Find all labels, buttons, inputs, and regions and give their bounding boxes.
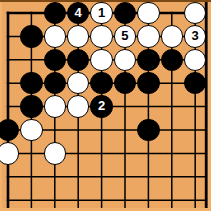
move-number-label: 1: [98, 1, 105, 23]
go-board-diagram: 41532: [0, 0, 211, 211]
intersection[interactable]: [137, 1, 160, 24]
intersection[interactable]: [43, 71, 66, 94]
move-number-label: 3: [192, 25, 199, 47]
intersection[interactable]: [20, 71, 43, 94]
intersection[interactable]: [160, 25, 183, 48]
white-stone: [137, 25, 159, 47]
intersection[interactable]: [0, 71, 20, 94]
intersection[interactable]: [66, 118, 89, 141]
white-stone: [161, 25, 183, 47]
intersection[interactable]: [183, 1, 206, 24]
black-stone: [20, 95, 42, 117]
white-stone: [44, 25, 66, 47]
intersection[interactable]: [0, 48, 20, 71]
intersection[interactable]: [137, 48, 160, 71]
intersection[interactable]: [160, 48, 183, 71]
intersection[interactable]: [0, 142, 20, 165]
intersection[interactable]: [20, 1, 43, 24]
intersection[interactable]: [0, 118, 20, 141]
white-stone: [90, 49, 112, 71]
intersection[interactable]: [0, 1, 20, 24]
intersection[interactable]: [43, 25, 66, 48]
intersection[interactable]: [137, 165, 160, 188]
intersection[interactable]: [43, 48, 66, 71]
white-stone: [137, 2, 159, 24]
intersection[interactable]: [20, 118, 43, 141]
stone-grid: 41532: [0, 1, 207, 211]
black-stone: [137, 49, 159, 71]
intersection[interactable]: [137, 142, 160, 165]
black-stone: 2: [90, 95, 112, 117]
black-stone: [44, 72, 66, 94]
intersection[interactable]: [183, 142, 206, 165]
white-stone: [67, 25, 89, 47]
black-stone: [114, 72, 136, 94]
intersection[interactable]: 5: [113, 25, 136, 48]
intersection[interactable]: [43, 188, 66, 211]
move-number-label: 4: [75, 1, 82, 23]
white-stone: [90, 25, 112, 47]
intersection[interactable]: [66, 25, 89, 48]
intersection[interactable]: [20, 188, 43, 211]
intersection[interactable]: [183, 95, 206, 118]
intersection[interactable]: [90, 71, 113, 94]
white-stone: 1: [90, 2, 112, 24]
black-stone: [137, 119, 159, 141]
white-stone: 5: [114, 25, 136, 47]
black-stone: [20, 72, 42, 94]
white-stone: [67, 95, 89, 117]
intersection[interactable]: [90, 165, 113, 188]
white-stone: [44, 142, 66, 164]
intersection[interactable]: [90, 25, 113, 48]
white-stone: [44, 95, 66, 117]
black-stone: [114, 2, 136, 24]
intersection[interactable]: 4: [66, 1, 89, 24]
intersection[interactable]: [43, 118, 66, 141]
intersection[interactable]: [20, 142, 43, 165]
intersection[interactable]: [113, 142, 136, 165]
intersection[interactable]: [66, 95, 89, 118]
intersection[interactable]: [183, 71, 206, 94]
black-stone: [44, 49, 66, 71]
intersection[interactable]: [43, 1, 66, 24]
intersection[interactable]: [160, 95, 183, 118]
intersection[interactable]: [43, 165, 66, 188]
intersection[interactable]: [43, 142, 66, 165]
intersection[interactable]: [113, 95, 136, 118]
white-stone: [0, 142, 19, 164]
intersection[interactable]: [90, 188, 113, 211]
intersection[interactable]: [137, 188, 160, 211]
intersection[interactable]: [66, 188, 89, 211]
intersection[interactable]: [43, 95, 66, 118]
intersection[interactable]: [0, 165, 20, 188]
intersection[interactable]: [90, 142, 113, 165]
black-stone: 4: [67, 2, 89, 24]
intersection[interactable]: [20, 165, 43, 188]
black-stone: [67, 49, 89, 71]
intersection[interactable]: [183, 165, 206, 188]
intersection[interactable]: [137, 95, 160, 118]
black-stone: [90, 72, 112, 94]
black-stone: [44, 2, 66, 24]
intersection[interactable]: [183, 118, 206, 141]
intersection[interactable]: [137, 118, 160, 141]
black-stone: [184, 72, 206, 94]
intersection[interactable]: [66, 165, 89, 188]
white-stone: 3: [184, 25, 206, 47]
intersection[interactable]: [0, 95, 20, 118]
black-stone: [0, 119, 19, 141]
intersection[interactable]: [113, 1, 136, 24]
intersection[interactable]: 1: [90, 1, 113, 24]
intersection[interactable]: [160, 165, 183, 188]
intersection[interactable]: [160, 142, 183, 165]
intersection[interactable]: [137, 25, 160, 48]
intersection[interactable]: [66, 142, 89, 165]
intersection[interactable]: [113, 48, 136, 71]
intersection[interactable]: [113, 118, 136, 141]
black-stone: [20, 25, 42, 47]
intersection[interactable]: [160, 1, 183, 24]
intersection[interactable]: 2: [90, 95, 113, 118]
white-stone: [20, 119, 42, 141]
intersection[interactable]: [0, 25, 20, 48]
intersection[interactable]: [113, 71, 136, 94]
intersection[interactable]: [113, 188, 136, 211]
white-stone: [184, 49, 206, 71]
intersection[interactable]: [183, 48, 206, 71]
black-stone: [137, 72, 159, 94]
intersection[interactable]: [20, 48, 43, 71]
intersection[interactable]: [20, 25, 43, 48]
intersection[interactable]: 3: [183, 25, 206, 48]
intersection[interactable]: [137, 71, 160, 94]
intersection[interactable]: [183, 188, 206, 211]
move-number-label: 2: [98, 95, 105, 117]
intersection[interactable]: [0, 188, 20, 211]
intersection[interactable]: [90, 118, 113, 141]
intersection[interactable]: [66, 48, 89, 71]
white-stone: [114, 49, 136, 71]
black-stone: [161, 49, 183, 71]
intersection[interactable]: [160, 118, 183, 141]
white-stone: [184, 2, 206, 24]
white-stone: [67, 72, 89, 94]
intersection[interactable]: [113, 165, 136, 188]
intersection[interactable]: [160, 188, 183, 211]
intersection[interactable]: [90, 48, 113, 71]
intersection[interactable]: [66, 71, 89, 94]
move-number-label: 5: [121, 25, 128, 47]
intersection[interactable]: [160, 71, 183, 94]
intersection[interactable]: [20, 95, 43, 118]
